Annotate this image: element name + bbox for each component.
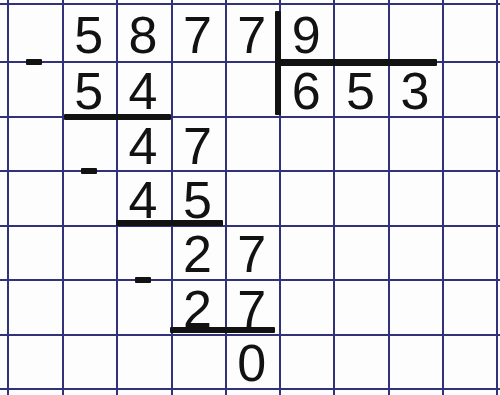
minus-sign-2 bbox=[81, 168, 97, 174]
digit-cell-r5c4: 7 bbox=[225, 280, 279, 334]
digit-cell-r4c3: 2 bbox=[170, 225, 224, 279]
minus-sign-1 bbox=[26, 59, 42, 65]
digit-cell-r0c3: 7 bbox=[170, 3, 224, 62]
digit-cell-r1c5: 6 bbox=[279, 62, 333, 116]
subtraction-underline-1 bbox=[64, 114, 171, 120]
digit-cell-r2c3: 7 bbox=[170, 116, 224, 170]
digit-cell-r0c2: 8 bbox=[116, 3, 170, 62]
digit-cell-r1c6: 5 bbox=[333, 62, 387, 116]
digit-cell-r1c2: 4 bbox=[116, 62, 170, 116]
subtraction-underline-2 bbox=[116, 220, 223, 226]
digit-cell-r5c3: 2 bbox=[170, 280, 224, 334]
digit-cell-r0c1: 5 bbox=[61, 3, 115, 62]
digit-cell-r2c2: 4 bbox=[116, 116, 170, 170]
digit-cell-r0c5: 9 bbox=[279, 3, 333, 62]
digit-cell-r3c2: 4 bbox=[116, 171, 170, 225]
digit-cell-r3c3: 5 bbox=[170, 171, 224, 225]
digit-cell-r6c4: 0 bbox=[225, 334, 279, 388]
graph-paper-worksheet: 5877954653474527270 bbox=[0, 0, 500, 395]
digit-cell-r1c1: 5 bbox=[61, 62, 115, 116]
division-bracket-horizontal bbox=[277, 59, 437, 66]
digit-cell-r1c7: 3 bbox=[388, 62, 442, 116]
digit-cell-r0c4: 7 bbox=[225, 3, 279, 62]
minus-sign-3 bbox=[135, 277, 151, 283]
digit-cell-r4c4: 7 bbox=[225, 225, 279, 279]
subtraction-underline-3 bbox=[170, 327, 275, 333]
